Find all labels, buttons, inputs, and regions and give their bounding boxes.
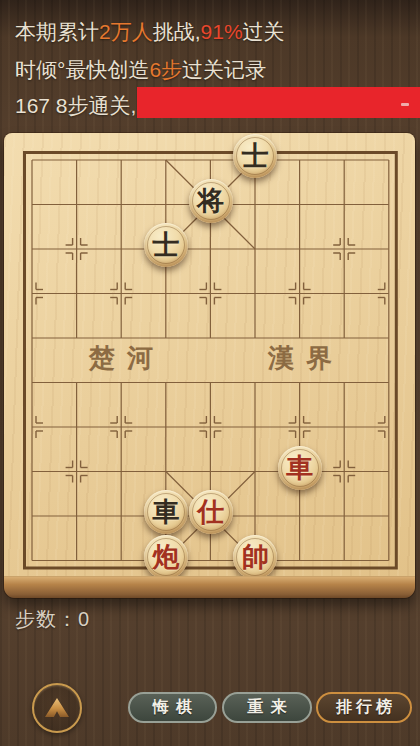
banner-text-segment: 91% — [201, 20, 243, 43]
xiangqi-piece-black[interactable]: 士 — [144, 223, 188, 267]
banner-line-3: 167 8步通关, — [15, 92, 136, 120]
xiangqi-piece-black[interactable]: 車 — [144, 490, 188, 534]
restart-button[interactable]: 重来 — [222, 692, 312, 723]
xiangqi-board[interactable]: 楚河 漢界 士将士車車仕炮帥 — [4, 133, 415, 598]
xiangqi-piece-red[interactable]: 車 — [278, 446, 322, 490]
banner-text-segment: 过关记录 — [182, 58, 266, 81]
challenge-banner: 本期累计2万人挑战,91%过关 时倾°最快创造6步过关记录 167 8步通关, — [0, 0, 420, 133]
collapse-button[interactable] — [32, 683, 82, 733]
banner-line-2: 时倾°最快创造6步过关记录 — [15, 56, 266, 84]
step-counter-value: 0 — [78, 608, 90, 630]
censor-bar-mark — [401, 103, 409, 106]
xiangqi-piece-black[interactable]: 将 — [189, 179, 233, 223]
censor-bar — [137, 87, 420, 118]
banner-text-segment: 过关 — [243, 20, 285, 43]
banner-text-segment: 2万人 — [99, 20, 153, 43]
step-counter-label: 步数： — [15, 608, 78, 630]
leaderboard-button[interactable]: 排行榜 — [316, 692, 412, 723]
banner-text-segment: 挑战, — [153, 20, 201, 43]
undo-button[interactable]: 悔棋 — [128, 692, 217, 723]
pieces-layer: 士将士車車仕炮帥 — [10, 134, 412, 576]
xiangqi-piece-red[interactable]: 仕 — [189, 490, 233, 534]
step-counter: 步数：0 — [15, 606, 90, 633]
banner-line-1: 本期累计2万人挑战,91%过关 — [15, 18, 285, 46]
arrow-up-icon — [45, 698, 69, 717]
banner-text-segment: 167 8步通关, — [15, 94, 136, 117]
bottom-controls: 悔棋 重来 排行榜 — [0, 680, 420, 740]
xiangqi-piece-red[interactable]: 炮 — [144, 535, 188, 576]
banner-text-segment: 本期累计 — [15, 20, 99, 43]
board-bevel — [4, 576, 415, 598]
xiangqi-piece-red[interactable]: 帥 — [233, 535, 277, 576]
xiangqi-piece-black[interactable]: 士 — [233, 134, 277, 178]
board-face: 楚河 漢界 士将士車車仕炮帥 — [4, 133, 415, 576]
banner-text-segment: 6步 — [149, 58, 182, 81]
banner-text-segment: 时倾°最快创造 — [15, 58, 149, 81]
